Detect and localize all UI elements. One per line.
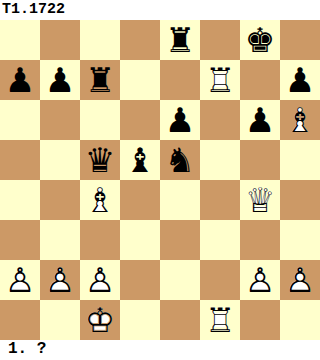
square-d8[interactable] — [120, 20, 160, 60]
piece-outline: ♖ — [200, 300, 240, 340]
piece-outline: ♙ — [40, 260, 80, 300]
square-b3[interactable] — [40, 220, 80, 260]
piece-white-pawn-c2[interactable]: ♟♙ — [80, 260, 120, 300]
square-d5[interactable]: ♝ — [120, 140, 160, 180]
square-h3[interactable] — [280, 220, 320, 260]
piece-white-king-c1[interactable]: ♚♔ — [80, 300, 120, 340]
piece-outline: ♕ — [240, 180, 280, 220]
square-e4[interactable] — [160, 180, 200, 220]
square-d3[interactable] — [120, 220, 160, 260]
square-a5[interactable] — [0, 140, 40, 180]
square-c7[interactable]: ♜ — [80, 60, 120, 100]
piece-black-bishop-d5[interactable]: ♝ — [120, 140, 160, 180]
square-a2[interactable]: ♟♙ — [0, 260, 40, 300]
square-e8[interactable]: ♜ — [160, 20, 200, 60]
square-f1[interactable]: ♜♖ — [200, 300, 240, 340]
chess-puzzle-page: T1.1722 ♜♚♟♟♜♜♖♟♟♟♝♗♛♝♞♝♗♛♕♟♙♟♙♟♙♟♙♟♙♚♔♜… — [0, 0, 320, 360]
square-a4[interactable] — [0, 180, 40, 220]
square-e5[interactable]: ♞ — [160, 140, 200, 180]
square-c8[interactable] — [80, 20, 120, 60]
square-h4[interactable] — [280, 180, 320, 220]
piece-white-pawn-a2[interactable]: ♟♙ — [0, 260, 40, 300]
square-c4[interactable]: ♝♗ — [80, 180, 120, 220]
piece-white-rook-f1[interactable]: ♜♖ — [200, 300, 240, 340]
piece-outline: ♙ — [0, 260, 40, 300]
square-h2[interactable]: ♟♙ — [280, 260, 320, 300]
piece-black-king-g8[interactable]: ♚ — [240, 20, 280, 60]
square-d6[interactable] — [120, 100, 160, 140]
square-e2[interactable] — [160, 260, 200, 300]
square-d1[interactable] — [120, 300, 160, 340]
piece-black-queen-c5[interactable]: ♛ — [80, 140, 120, 180]
piece-white-pawn-h2[interactable]: ♟♙ — [280, 260, 320, 300]
square-d4[interactable] — [120, 180, 160, 220]
square-h5[interactable] — [280, 140, 320, 180]
square-f6[interactable] — [200, 100, 240, 140]
piece-outline: ♔ — [80, 300, 120, 340]
square-e1[interactable] — [160, 300, 200, 340]
piece-black-pawn-b7[interactable]: ♟ — [40, 60, 80, 100]
piece-white-queen-g4[interactable]: ♛♕ — [240, 180, 280, 220]
square-d7[interactable] — [120, 60, 160, 100]
puzzle-title: T1.1722 — [0, 0, 320, 20]
square-a3[interactable] — [0, 220, 40, 260]
square-f8[interactable] — [200, 20, 240, 60]
square-h6[interactable]: ♝♗ — [280, 100, 320, 140]
piece-outline: ♙ — [280, 260, 320, 300]
piece-white-pawn-b2[interactable]: ♟♙ — [40, 260, 80, 300]
piece-black-pawn-a7[interactable]: ♟ — [0, 60, 40, 100]
square-c3[interactable] — [80, 220, 120, 260]
piece-black-rook-e8[interactable]: ♜ — [160, 20, 200, 60]
square-g3[interactable] — [240, 220, 280, 260]
piece-outline: ♗ — [280, 100, 320, 140]
square-c5[interactable]: ♛ — [80, 140, 120, 180]
square-f3[interactable] — [200, 220, 240, 260]
square-f5[interactable] — [200, 140, 240, 180]
square-f7[interactable]: ♜♖ — [200, 60, 240, 100]
piece-black-pawn-h7[interactable]: ♟ — [280, 60, 320, 100]
square-g7[interactable] — [240, 60, 280, 100]
square-g2[interactable]: ♟♙ — [240, 260, 280, 300]
piece-black-pawn-e6[interactable]: ♟ — [160, 100, 200, 140]
move-prompt: 1. ? — [0, 340, 320, 360]
piece-black-knight-e5[interactable]: ♞ — [160, 140, 200, 180]
square-b2[interactable]: ♟♙ — [40, 260, 80, 300]
square-a6[interactable] — [0, 100, 40, 140]
square-b1[interactable] — [40, 300, 80, 340]
square-c1[interactable]: ♚♔ — [80, 300, 120, 340]
square-g6[interactable]: ♟ — [240, 100, 280, 140]
square-a8[interactable] — [0, 20, 40, 60]
square-g4[interactable]: ♛♕ — [240, 180, 280, 220]
square-g5[interactable] — [240, 140, 280, 180]
square-g8[interactable]: ♚ — [240, 20, 280, 60]
square-h1[interactable] — [280, 300, 320, 340]
square-a1[interactable] — [0, 300, 40, 340]
square-b5[interactable] — [40, 140, 80, 180]
square-e7[interactable] — [160, 60, 200, 100]
square-h8[interactable] — [280, 20, 320, 60]
chess-board: ♜♚♟♟♜♜♖♟♟♟♝♗♛♝♞♝♗♛♕♟♙♟♙♟♙♟♙♟♙♚♔♜♖ — [0, 20, 320, 340]
piece-outline: ♙ — [80, 260, 120, 300]
square-f2[interactable] — [200, 260, 240, 300]
square-b8[interactable] — [40, 20, 80, 60]
piece-outline: ♖ — [200, 60, 240, 100]
piece-white-bishop-c4[interactable]: ♝♗ — [80, 180, 120, 220]
piece-white-rook-f7[interactable]: ♜♖ — [200, 60, 240, 100]
piece-outline: ♗ — [80, 180, 120, 220]
piece-black-pawn-g6[interactable]: ♟ — [240, 100, 280, 140]
square-c2[interactable]: ♟♙ — [80, 260, 120, 300]
square-f4[interactable] — [200, 180, 240, 220]
piece-black-rook-c7[interactable]: ♜ — [80, 60, 120, 100]
piece-white-bishop-h6[interactable]: ♝♗ — [280, 100, 320, 140]
square-c6[interactable] — [80, 100, 120, 140]
piece-white-pawn-g2[interactable]: ♟♙ — [240, 260, 280, 300]
square-e6[interactable]: ♟ — [160, 100, 200, 140]
square-b4[interactable] — [40, 180, 80, 220]
piece-outline: ♙ — [240, 260, 280, 300]
square-e3[interactable] — [160, 220, 200, 260]
square-a7[interactable]: ♟ — [0, 60, 40, 100]
square-h7[interactable]: ♟ — [280, 60, 320, 100]
square-b6[interactable] — [40, 100, 80, 140]
square-d2[interactable] — [120, 260, 160, 300]
square-g1[interactable] — [240, 300, 280, 340]
square-b7[interactable]: ♟ — [40, 60, 80, 100]
